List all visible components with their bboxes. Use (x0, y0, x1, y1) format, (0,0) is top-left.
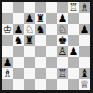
square-a4[interactable] (2, 46, 13, 57)
square-b8[interactable] (13, 2, 24, 13)
piece-white-knight: ♘ (58, 24, 67, 35)
square-d1[interactable] (35, 79, 46, 90)
piece-white-rook: ♖ (58, 68, 67, 79)
square-h7[interactable] (79, 13, 90, 24)
piece-black-pawn: ♟ (80, 24, 89, 35)
square-g2[interactable] (68, 68, 79, 79)
square-e8[interactable] (46, 2, 57, 13)
square-f2[interactable]: ♖ (57, 68, 68, 79)
square-b4[interactable] (13, 46, 24, 57)
piece-white-bishop: ♗ (80, 2, 89, 13)
board-frame: ♖♗♟♜♟♔♟♘♞♘♟♞♜♚♙♟♟♗♖♝♕ (0, 0, 93, 93)
square-f1[interactable] (57, 79, 68, 90)
piece-white-king: ♔ (3, 24, 12, 35)
piece-black-pawn: ♟ (25, 13, 34, 24)
square-d3[interactable] (35, 57, 46, 68)
square-f7[interactable]: ♟ (57, 13, 68, 24)
square-g7[interactable] (68, 13, 79, 24)
piece-black-king: ♚ (58, 35, 67, 46)
square-c6[interactable]: ♘ (24, 24, 35, 35)
square-h2[interactable]: ♝ (79, 68, 90, 79)
square-c5[interactable]: ♜ (24, 35, 35, 46)
square-d7[interactable]: ♜ (35, 13, 46, 24)
square-h5[interactable] (79, 35, 90, 46)
square-c7[interactable]: ♟ (24, 13, 35, 24)
square-b1[interactable] (13, 79, 24, 90)
square-g5[interactable] (68, 35, 79, 46)
square-b7[interactable] (13, 13, 24, 24)
square-c1[interactable] (24, 79, 35, 90)
square-d2[interactable] (35, 68, 46, 79)
square-d8[interactable] (35, 2, 46, 13)
square-f6[interactable]: ♘ (57, 24, 68, 35)
piece-black-pawn: ♟ (69, 46, 78, 57)
square-a1[interactable] (2, 79, 13, 90)
square-c3[interactable] (24, 57, 35, 68)
piece-black-knight: ♞ (14, 35, 23, 46)
piece-white-bishop: ♗ (3, 68, 12, 79)
square-b5[interactable]: ♞ (13, 35, 24, 46)
piece-black-pawn: ♟ (58, 13, 67, 24)
square-e5[interactable] (46, 35, 57, 46)
square-b2[interactable] (13, 68, 24, 79)
piece-white-knight: ♘ (25, 24, 34, 35)
square-a2[interactable]: ♗ (2, 68, 13, 79)
square-g8[interactable]: ♖ (68, 2, 79, 13)
square-b3[interactable] (13, 57, 24, 68)
square-e1[interactable] (46, 79, 57, 90)
piece-black-bishop: ♝ (80, 68, 89, 79)
piece-black-pawn: ♟ (14, 24, 23, 35)
square-h8[interactable]: ♗ (79, 2, 90, 13)
square-g3[interactable] (68, 57, 79, 68)
square-h1[interactable]: ♕ (79, 79, 90, 90)
square-f4[interactable]: ♙ (57, 46, 68, 57)
piece-black-pawn: ♟ (3, 57, 12, 68)
square-f8[interactable] (57, 2, 68, 13)
square-g4[interactable]: ♟ (68, 46, 79, 57)
square-d4[interactable] (35, 46, 46, 57)
square-a7[interactable] (2, 13, 13, 24)
square-a5[interactable] (2, 35, 13, 46)
piece-black-rook: ♜ (25, 35, 34, 46)
square-c2[interactable] (24, 68, 35, 79)
square-d5[interactable] (35, 35, 46, 46)
square-g6[interactable] (68, 24, 79, 35)
square-c8[interactable] (24, 2, 35, 13)
piece-black-rook: ♜ (36, 13, 45, 24)
square-f5[interactable]: ♚ (57, 35, 68, 46)
piece-black-knight: ♞ (36, 24, 45, 35)
square-f3[interactable] (57, 57, 68, 68)
piece-white-rook: ♖ (69, 2, 78, 13)
square-e2[interactable] (46, 68, 57, 79)
square-h3[interactable] (79, 57, 90, 68)
square-g1[interactable] (68, 79, 79, 90)
square-c4[interactable] (24, 46, 35, 57)
square-e3[interactable] (46, 57, 57, 68)
chess-board: ♖♗♟♜♟♔♟♘♞♘♟♞♜♚♙♟♟♗♖♝♕ (2, 2, 90, 90)
piece-white-pawn: ♙ (58, 46, 67, 57)
square-e6[interactable] (46, 24, 57, 35)
square-a3[interactable]: ♟ (2, 57, 13, 68)
square-a6[interactable]: ♔ (2, 24, 13, 35)
square-h6[interactable]: ♟ (79, 24, 90, 35)
square-e7[interactable] (46, 13, 57, 24)
square-d6[interactable]: ♞ (35, 24, 46, 35)
square-h4[interactable] (79, 46, 90, 57)
square-a8[interactable] (2, 2, 13, 13)
square-b6[interactable]: ♟ (13, 24, 24, 35)
square-e4[interactable] (46, 46, 57, 57)
piece-white-queen: ♕ (80, 79, 89, 90)
